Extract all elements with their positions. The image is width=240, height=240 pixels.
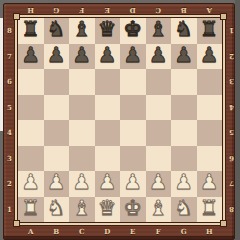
- square-g8[interactable]: ♞: [171, 18, 197, 44]
- file-label-bottom-a: A: [18, 227, 44, 237]
- square-b6[interactable]: [44, 69, 70, 95]
- black-rook[interactable]: ♜: [21, 19, 40, 40]
- square-f2[interactable]: ♟: [146, 171, 172, 197]
- file-label-top-d: D: [120, 5, 146, 15]
- square-g4[interactable]: [171, 120, 197, 146]
- square-b5[interactable]: [44, 95, 70, 121]
- black-pawn[interactable]: ♟: [200, 45, 219, 66]
- square-c8[interactable]: ♝: [69, 18, 95, 44]
- square-b8[interactable]: ♞: [44, 18, 70, 44]
- square-a8[interactable]: ♜: [18, 18, 44, 44]
- square-b1[interactable]: ♞: [44, 197, 70, 223]
- square-d3[interactable]: [95, 146, 121, 172]
- square-g5[interactable]: [171, 95, 197, 121]
- file-labels-top: ABCDEFGH: [18, 5, 222, 15]
- black-pawn[interactable]: ♟: [149, 45, 168, 66]
- white-bishop[interactable]: ♝: [149, 198, 168, 219]
- file-label-bottom-g: G: [171, 227, 197, 237]
- square-f3[interactable]: [146, 146, 172, 172]
- rank-label-right-7: 7: [227, 171, 236, 197]
- black-bishop[interactable]: ♝: [72, 19, 91, 40]
- square-f7[interactable]: ♟: [146, 44, 172, 70]
- square-c4[interactable]: [69, 120, 95, 146]
- square-a6[interactable]: [18, 69, 44, 95]
- black-rook[interactable]: ♜: [200, 19, 219, 40]
- square-c5[interactable]: [69, 95, 95, 121]
- rank-label-left-3: 3: [5, 146, 14, 172]
- black-bishop[interactable]: ♝: [149, 19, 168, 40]
- file-label-top-h: H: [18, 5, 44, 15]
- white-queen[interactable]: ♛: [98, 198, 117, 219]
- file-label-bottom-b: B: [44, 227, 70, 237]
- rank-label-right-5: 5: [227, 120, 236, 146]
- black-pawn[interactable]: ♟: [98, 45, 117, 66]
- rank-label-right-2: 2: [227, 44, 236, 70]
- white-king[interactable]: ♚: [123, 198, 142, 219]
- rank-label-right-1: 1: [227, 18, 236, 44]
- square-d6[interactable]: [95, 69, 121, 95]
- square-e5[interactable]: [120, 95, 146, 121]
- rank-label-left-5: 5: [5, 95, 14, 121]
- corner-inlay-top-left: [13, 13, 20, 20]
- black-king[interactable]: ♚: [123, 19, 142, 40]
- square-h2[interactable]: ♟: [197, 171, 223, 197]
- square-d2[interactable]: ♟: [95, 171, 121, 197]
- black-knight[interactable]: ♞: [47, 19, 66, 40]
- square-f5[interactable]: [146, 95, 172, 121]
- square-h3[interactable]: [197, 146, 223, 172]
- corner-inlay-bottom-left: [13, 220, 20, 227]
- board-trim: ♜♞♝♛♚♝♞♜♟♟♟♟♟♟♟♟♟♟♟♟♟♟♟♟♜♞♝♛♚♝♞♜: [14, 14, 226, 226]
- square-d8[interactable]: ♛: [95, 18, 121, 44]
- file-label-top-e: E: [95, 5, 121, 15]
- square-e1[interactable]: ♚: [120, 197, 146, 223]
- black-pawn[interactable]: ♟: [123, 45, 142, 66]
- square-g2[interactable]: ♟: [171, 171, 197, 197]
- white-knight[interactable]: ♞: [174, 198, 193, 219]
- white-rook[interactable]: ♜: [200, 198, 219, 219]
- file-label-top-a: A: [197, 5, 223, 15]
- file-label-top-b: B: [171, 5, 197, 15]
- square-h8[interactable]: ♜: [197, 18, 223, 44]
- corner-inlay-bottom-right: [220, 220, 227, 227]
- square-b4[interactable]: [44, 120, 70, 146]
- rank-labels-left: 87654321: [5, 18, 14, 222]
- square-c6[interactable]: [69, 69, 95, 95]
- white-bishop[interactable]: ♝: [72, 198, 91, 219]
- file-label-top-c: C: [146, 5, 172, 15]
- file-label-bottom-h: H: [197, 227, 223, 237]
- corner-inlay-top-right: [220, 13, 227, 20]
- black-pawn[interactable]: ♟: [72, 45, 91, 66]
- square-h7[interactable]: ♟: [197, 44, 223, 70]
- square-f1[interactable]: ♝: [146, 197, 172, 223]
- square-b3[interactable]: [44, 146, 70, 172]
- black-pawn[interactable]: ♟: [21, 45, 40, 66]
- chess-board: ♜♞♝♛♚♝♞♜♟♟♟♟♟♟♟♟♟♟♟♟♟♟♟♟♜♞♝♛♚♝♞♜: [17, 17, 223, 223]
- square-a1[interactable]: ♜: [18, 197, 44, 223]
- square-f4[interactable]: [146, 120, 172, 146]
- file-label-top-g: G: [44, 5, 70, 15]
- square-b7[interactable]: ♟: [44, 44, 70, 70]
- white-pawn[interactable]: ♟: [21, 172, 40, 193]
- square-g1[interactable]: ♞: [171, 197, 197, 223]
- square-d1[interactable]: ♛: [95, 197, 121, 223]
- square-a2[interactable]: ♟: [18, 171, 44, 197]
- white-pawn[interactable]: ♟: [174, 172, 193, 193]
- white-pawn[interactable]: ♟: [123, 172, 142, 193]
- black-queen[interactable]: ♛: [98, 19, 117, 40]
- file-labels-bottom: ABCDEFGH: [18, 227, 222, 237]
- black-pawn[interactable]: ♟: [174, 45, 193, 66]
- square-h5[interactable]: [197, 95, 223, 121]
- square-f8[interactable]: ♝: [146, 18, 172, 44]
- square-g6[interactable]: [171, 69, 197, 95]
- board-frame: ABCDEFGH ABCDEFGH 87654321 87654321 ♜♞♝♛…: [3, 3, 235, 240]
- square-a4[interactable]: [18, 120, 44, 146]
- white-pawn[interactable]: ♟: [98, 172, 117, 193]
- rank-label-left-7: 7: [5, 44, 14, 70]
- black-pawn[interactable]: ♟: [47, 45, 66, 66]
- square-f6[interactable]: [146, 69, 172, 95]
- file-label-bottom-e: E: [120, 227, 146, 237]
- rank-label-right-8: 8: [227, 197, 236, 223]
- square-e7[interactable]: ♟: [120, 44, 146, 70]
- square-a7[interactable]: ♟: [18, 44, 44, 70]
- square-e8[interactable]: ♚: [120, 18, 146, 44]
- white-pawn[interactable]: ♟: [72, 172, 91, 193]
- rank-label-right-6: 6: [227, 146, 236, 172]
- square-d4[interactable]: [95, 120, 121, 146]
- square-e6[interactable]: [120, 69, 146, 95]
- white-knight[interactable]: ♞: [47, 198, 66, 219]
- square-e3[interactable]: [120, 146, 146, 172]
- rank-label-left-2: 2: [5, 171, 14, 197]
- rank-label-left-8: 8: [5, 18, 14, 44]
- square-h4[interactable]: [197, 120, 223, 146]
- square-g7[interactable]: ♟: [171, 44, 197, 70]
- white-pawn[interactable]: ♟: [47, 172, 66, 193]
- rank-label-left-6: 6: [5, 69, 14, 95]
- square-a5[interactable]: [18, 95, 44, 121]
- square-h1[interactable]: ♜: [197, 197, 223, 223]
- square-d5[interactable]: [95, 95, 121, 121]
- square-d7[interactable]: ♟: [95, 44, 121, 70]
- rank-label-right-3: 3: [227, 69, 236, 95]
- file-label-bottom-d: D: [95, 227, 121, 237]
- file-label-top-f: F: [69, 5, 95, 15]
- rank-label-left-1: 1: [5, 197, 14, 223]
- square-c7[interactable]: ♟: [69, 44, 95, 70]
- rank-labels-right: 87654321: [227, 18, 236, 222]
- white-pawn[interactable]: ♟: [149, 172, 168, 193]
- black-knight[interactable]: ♞: [174, 19, 193, 40]
- square-a3[interactable]: [18, 146, 44, 172]
- square-g3[interactable]: [171, 146, 197, 172]
- rank-label-right-4: 4: [227, 95, 236, 121]
- file-label-bottom-f: F: [146, 227, 172, 237]
- white-pawn[interactable]: ♟: [200, 172, 219, 193]
- rank-label-left-4: 4: [5, 120, 14, 146]
- square-c1[interactable]: ♝: [69, 197, 95, 223]
- file-label-bottom-c: C: [69, 227, 95, 237]
- square-h6[interactable]: [197, 69, 223, 95]
- square-e4[interactable]: [120, 120, 146, 146]
- white-rook[interactable]: ♜: [21, 198, 40, 219]
- square-e2[interactable]: ♟: [120, 171, 146, 197]
- square-c3[interactable]: [69, 146, 95, 172]
- square-b2[interactable]: ♟: [44, 171, 70, 197]
- square-c2[interactable]: ♟: [69, 171, 95, 197]
